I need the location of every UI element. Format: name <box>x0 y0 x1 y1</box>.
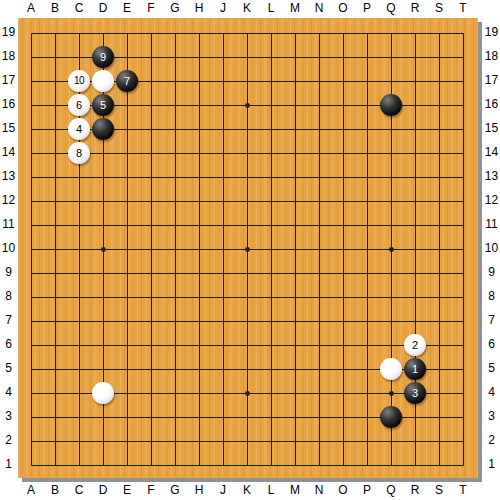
goban[interactable]: 91076548213 <box>18 18 478 478</box>
coord-label: T <box>451 483 475 498</box>
stone-Q5[interactable] <box>380 358 402 380</box>
stone-D16[interactable]: 5 <box>92 94 114 116</box>
move-number: 4 <box>76 124 82 135</box>
coord-label: 14 <box>0 145 17 160</box>
coord-label: H <box>187 1 211 16</box>
coord-label: R <box>403 483 427 498</box>
coord-label: 19 <box>483 25 500 40</box>
coord-label: 3 <box>483 409 500 424</box>
coord-label: 3 <box>0 409 17 424</box>
coord-label: E <box>115 1 139 16</box>
coord-label: 16 <box>0 97 17 112</box>
coord-label: 15 <box>483 121 500 136</box>
coord-label: Q <box>379 1 403 16</box>
stone-D17[interactable] <box>92 70 114 92</box>
coord-label: 12 <box>0 193 17 208</box>
coord-label: 6 <box>483 337 500 352</box>
stone-D15[interactable] <box>92 118 114 140</box>
coord-label: 16 <box>483 97 500 112</box>
coord-label: 19 <box>0 25 17 40</box>
coord-label: 1 <box>0 457 17 472</box>
coord-label: S <box>427 1 451 16</box>
stone-R5[interactable]: 1 <box>404 358 426 380</box>
go-diagram: ABCDEFGHJKLMNOPQRST ABCDEFGHJKLMNOPQRST … <box>0 0 500 500</box>
coord-label: 7 <box>483 313 500 328</box>
coord-label: E <box>115 483 139 498</box>
coord-label: H <box>187 483 211 498</box>
move-number: 1 <box>412 364 418 375</box>
coord-label: O <box>331 483 355 498</box>
stone-C14[interactable]: 8 <box>68 142 90 164</box>
coord-label: N <box>307 1 331 16</box>
coord-label: T <box>451 1 475 16</box>
coord-label: P <box>355 483 379 498</box>
coord-label: G <box>163 1 187 16</box>
stone-R4[interactable]: 3 <box>404 382 426 404</box>
coord-label: 18 <box>483 49 500 64</box>
coord-label: C <box>67 1 91 16</box>
move-number: 2 <box>412 340 418 351</box>
stone-C15[interactable]: 4 <box>68 118 90 140</box>
coord-label: G <box>163 483 187 498</box>
move-number: 3 <box>412 388 418 399</box>
coord-label: 1 <box>483 457 500 472</box>
coord-label: O <box>331 1 355 16</box>
stone-Q16[interactable] <box>380 94 402 116</box>
coord-label: J <box>211 1 235 16</box>
stone-D18[interactable]: 9 <box>92 46 114 68</box>
coord-label: J <box>211 483 235 498</box>
coord-label: R <box>403 1 427 16</box>
coord-label: 17 <box>483 73 500 88</box>
move-number: 10 <box>74 76 84 86</box>
move-number: 5 <box>100 100 106 111</box>
coord-label: M <box>283 483 307 498</box>
coord-label: 5 <box>0 361 17 376</box>
move-number: 7 <box>124 76 130 87</box>
stone-C16[interactable]: 6 <box>68 94 90 116</box>
coord-label: 18 <box>0 49 17 64</box>
coord-label: 9 <box>0 265 17 280</box>
coord-label: Q <box>379 483 403 498</box>
coord-label: K <box>235 483 259 498</box>
coord-label: 17 <box>0 73 17 88</box>
coord-label: 14 <box>483 145 500 160</box>
coord-label: K <box>235 1 259 16</box>
coord-label: 12 <box>483 193 500 208</box>
coord-label: 5 <box>483 361 500 376</box>
move-number: 8 <box>76 148 82 159</box>
coord-label: 10 <box>0 241 17 256</box>
stone-R6[interactable]: 2 <box>404 334 426 356</box>
coord-label: B <box>43 1 67 16</box>
stone-Q3[interactable] <box>380 406 402 428</box>
coord-label: F <box>139 1 163 16</box>
coord-label: A <box>19 483 43 498</box>
coord-label: 11 <box>0 217 17 232</box>
stone-C17[interactable]: 10 <box>68 70 90 92</box>
coord-label: D <box>91 483 115 498</box>
coord-label: P <box>355 1 379 16</box>
coord-label: C <box>67 483 91 498</box>
coord-label: B <box>43 483 67 498</box>
move-number: 6 <box>76 100 82 111</box>
coord-label: 6 <box>0 337 17 352</box>
coord-label: 15 <box>0 121 17 136</box>
coord-label: 13 <box>0 169 17 184</box>
coord-label: L <box>259 1 283 16</box>
coord-label: 7 <box>0 313 17 328</box>
stone-E17[interactable]: 7 <box>116 70 138 92</box>
coord-label: 4 <box>483 385 500 400</box>
coord-label: 8 <box>483 289 500 304</box>
coord-label: 13 <box>483 169 500 184</box>
coord-label: 2 <box>483 433 500 448</box>
coord-label: D <box>91 1 115 16</box>
coord-label: 11 <box>483 217 500 232</box>
coord-label: 2 <box>0 433 17 448</box>
coord-label: N <box>307 483 331 498</box>
move-number: 9 <box>100 52 106 63</box>
coord-label: 4 <box>0 385 17 400</box>
coord-label: F <box>139 483 163 498</box>
stones-layer: 91076548213 <box>19 21 475 477</box>
coord-label: L <box>259 483 283 498</box>
coord-label: S <box>427 483 451 498</box>
coord-label: 8 <box>0 289 17 304</box>
stone-D4[interactable] <box>92 382 114 404</box>
coord-label: 9 <box>483 265 500 280</box>
coord-label: 10 <box>483 241 500 256</box>
coord-label: A <box>19 1 43 16</box>
coord-label: M <box>283 1 307 16</box>
